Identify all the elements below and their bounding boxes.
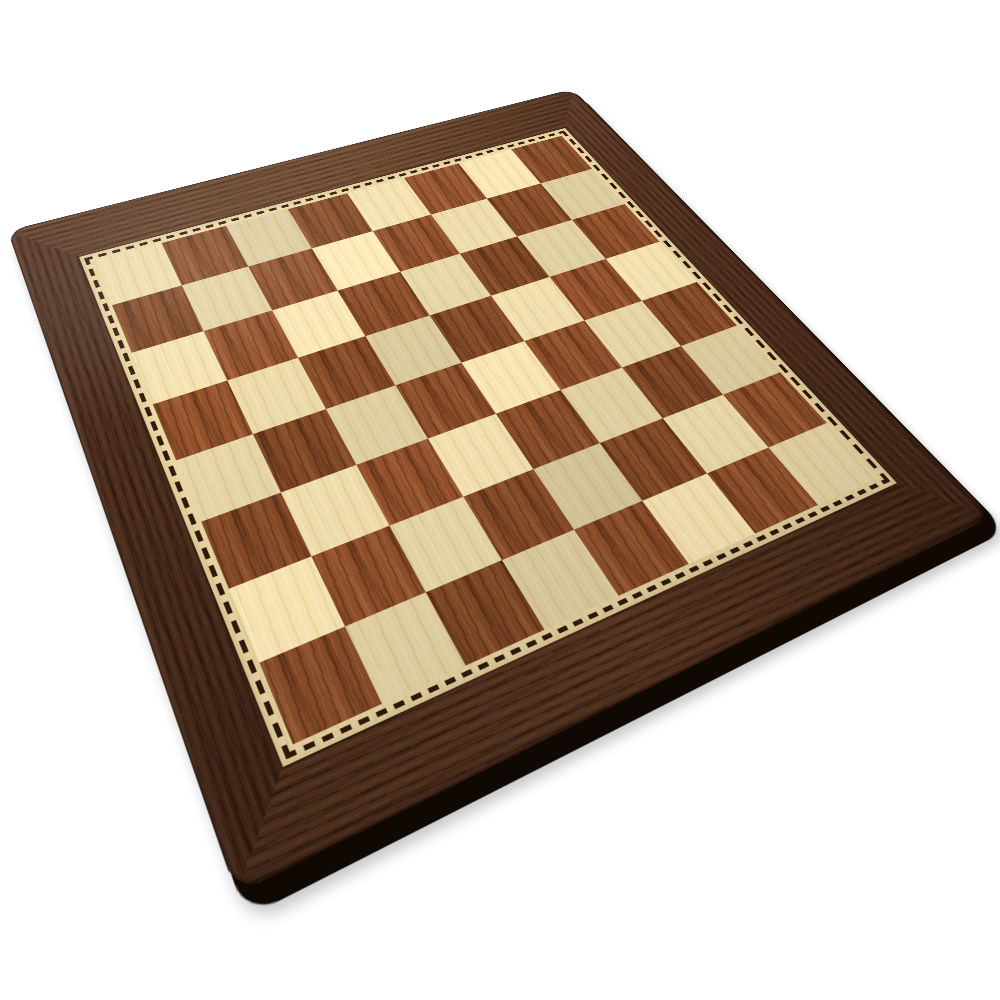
chessboard [8, 89, 993, 894]
photo-background [0, 0, 1000, 1000]
